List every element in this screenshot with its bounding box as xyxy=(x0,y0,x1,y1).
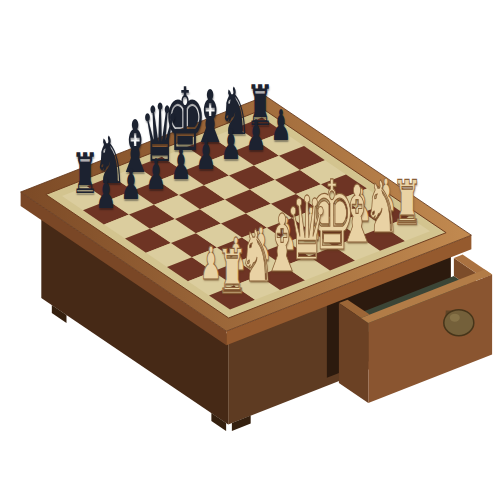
piece-black-pawn-e7[interactable]: ♟ xyxy=(196,134,217,176)
piece-black-pawn-h7[interactable]: ♟ xyxy=(271,105,292,147)
piece-white-rook-a1[interactable]: ♜ xyxy=(217,241,247,302)
drawer-knob-highlight xyxy=(450,314,460,322)
piece-black-pawn-d7[interactable]: ♟ xyxy=(171,144,192,186)
drawer-knob[interactable] xyxy=(444,310,474,336)
chess-box-photo: ♜♞♟♝♟♚♟♛♟♝♟♞♟♜♟♟♟♟♜♟♞♟♝♟♚♟♛♟♝♟♞♜ xyxy=(0,0,500,500)
piece-black-pawn-a7[interactable]: ♟ xyxy=(96,174,117,216)
piece-black-pawn-f7[interactable]: ♟ xyxy=(221,125,242,167)
piece-black-pawn-c7[interactable]: ♟ xyxy=(146,154,167,196)
piece-black-pawn-b7[interactable]: ♟ xyxy=(121,164,142,206)
piece-black-pawn-g7[interactable]: ♟ xyxy=(246,115,267,157)
